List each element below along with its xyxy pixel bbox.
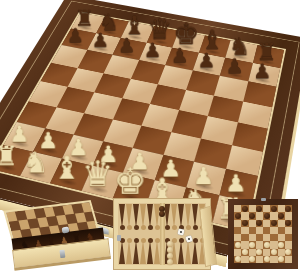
chess-piece-black-pawn: ♟ [67, 26, 84, 45]
chess-piece-white-rook: ♜ [0, 142, 18, 169]
checkers-square [270, 220, 277, 227]
board-square [77, 50, 112, 73]
checkers-square [256, 220, 263, 227]
checkers-square [249, 220, 256, 227]
checkers-square [256, 249, 263, 256]
thumbnail-checkers [226, 196, 300, 274]
checkers-piece-dark [285, 220, 291, 226]
checkers-board-clasp [261, 198, 266, 201]
backgammon-point-dark [178, 204, 184, 228]
checkers-square [278, 256, 285, 263]
checkers-square [270, 205, 277, 212]
backgammon-point-light [140, 204, 146, 228]
checkers-square [241, 256, 248, 263]
checkers-square [241, 205, 248, 212]
checkers-square [285, 256, 292, 263]
die-pip [180, 231, 182, 233]
checkers-square [263, 241, 270, 248]
checkers-piece-dark [271, 206, 277, 212]
checkers-square [241, 212, 248, 219]
backgammon-point-dark [147, 204, 153, 228]
backgammon-point-dark [192, 204, 198, 228]
checkers-square [241, 249, 248, 256]
backgammon-board [114, 199, 210, 269]
checkers-square [256, 212, 263, 219]
checkers-piece-dark [264, 213, 270, 219]
chess-piece-black-pawn: ♟ [225, 56, 243, 76]
checkers-square [234, 249, 241, 256]
checkers-square [285, 212, 292, 219]
checkers-piece-dark [242, 220, 248, 226]
checkers-square [278, 220, 285, 227]
backgammon-left-half [119, 203, 160, 265]
chess-piece-black-pawn: ♟ [171, 46, 189, 66]
checkers-square [270, 249, 277, 256]
checkers-square [234, 241, 241, 248]
checkers-piece-light [235, 242, 241, 248]
checkers-square [249, 256, 256, 263]
checkers-piece-dark [235, 213, 241, 219]
chess-piece-white-queen: ♛ [82, 157, 114, 192]
checkers-square [285, 249, 292, 256]
backgammon-point-row [119, 240, 160, 264]
product-photo-canvas: ♜♞♝♛♚♝♞♜♟♟♟♟♟♟♟♟♟♟♟♟♟♟♟♟♜♞♝♛♚♝♞♜ ♞♟♝♟♜♞ [0, 0, 300, 274]
box-hinge [62, 227, 70, 234]
checkers-square [234, 234, 241, 241]
board-square: ♟ [220, 57, 253, 81]
checkers-square [256, 241, 263, 248]
checkers-piece-dark [271, 220, 277, 226]
checkers-piece-light [264, 242, 270, 248]
chess-piece-black-pawn: ♟ [144, 41, 162, 61]
checkers-square [278, 205, 285, 212]
checkers-board [228, 199, 298, 269]
checkers-square [278, 212, 285, 219]
backgammon-point-dark [133, 204, 139, 228]
checkers-square [278, 234, 285, 241]
board-square [142, 104, 179, 132]
box-front-clasp [59, 250, 65, 259]
checkers-square [270, 212, 277, 219]
checkers-square [285, 220, 292, 227]
backgammon-point-light [126, 240, 132, 264]
checkers-square [278, 227, 285, 234]
checkers-square [278, 241, 285, 248]
chess-piece-black-pawn: ♟ [253, 62, 271, 82]
checkers-piece-light [278, 242, 284, 248]
backgammon-point-light [185, 204, 191, 228]
checkers-square [241, 220, 248, 227]
checkers-square [256, 256, 263, 263]
checkers-square [263, 227, 270, 234]
thumbnail-backgammon [112, 194, 216, 274]
backgammon-checker-light [167, 259, 173, 265]
board-square [158, 65, 192, 89]
checkers-square [263, 205, 270, 212]
board-square [237, 101, 272, 128]
checkers-piece-dark [256, 206, 262, 212]
checkers-square [263, 249, 270, 256]
checkers-square [241, 227, 248, 234]
board-square: ♟ [139, 43, 173, 66]
checkers-square [249, 205, 256, 212]
checkers-piece-dark [256, 220, 262, 226]
chess-piece-black-pawn: ♟ [198, 51, 216, 71]
backgammon-point-dark [119, 204, 125, 228]
chess-piece-white-knight: ♞ [23, 148, 49, 177]
checkers-square [278, 249, 285, 256]
chess-piece-black-pawn: ♟ [118, 36, 135, 55]
checkers-square [241, 241, 248, 248]
checkers-square [285, 241, 292, 248]
backgammon-checker-dark [159, 211, 165, 217]
checkers-square [249, 241, 256, 248]
board-square [186, 70, 220, 95]
checkers-piece-light [285, 249, 291, 255]
backgammon-point-light [140, 240, 146, 264]
checkers-square [256, 205, 263, 212]
checkers-piece-dark [278, 213, 284, 219]
checkers-square [270, 241, 277, 248]
backgammon-point-dark [133, 240, 139, 264]
checkers-square [270, 227, 277, 234]
backgammon-point-dark [178, 240, 184, 264]
checkers-piece-light [264, 256, 270, 262]
chess-piece-white-bishop: ♝ [53, 153, 81, 184]
checkers-piece-light [249, 242, 255, 248]
checkers-square [256, 227, 263, 234]
checkers-square [263, 220, 270, 227]
checkers-square [234, 205, 241, 212]
checkers-square [241, 234, 248, 241]
main-chess-photo: ♜♞♝♛♚♝♞♜♟♟♟♟♟♟♟♟♟♟♟♟♟♟♟♟♜♞♝♛♚♝♞♜ [0, 0, 300, 194]
checkers-square [234, 220, 241, 227]
checkers-square [285, 227, 292, 234]
checkers-piece-dark [249, 213, 255, 219]
die [177, 228, 184, 235]
checkers-piece-light [242, 249, 248, 255]
checkers-square [263, 256, 270, 263]
thumbnail-folded-box: ♞♟♝♟♜♞ [5, 196, 109, 274]
board-square [94, 73, 130, 98]
checkers-square [249, 234, 256, 241]
checkers-square [263, 212, 270, 219]
die-pip [188, 238, 191, 241]
checkers-piece-dark [242, 206, 248, 212]
board-square: ♟ [165, 47, 198, 70]
checkers-square [234, 227, 241, 234]
backgammon-point-dark [147, 240, 153, 264]
backgammon-point-row [119, 204, 160, 228]
backgammon-point-light [126, 204, 132, 228]
checkers-square [234, 256, 241, 263]
backgammon-point-light [171, 204, 177, 228]
checkers-square [249, 212, 256, 219]
backgammon-point-light [185, 240, 191, 264]
backgammon-side-clasp [117, 235, 121, 241]
backgammon-point-dark [192, 240, 198, 264]
checkers-square [234, 212, 241, 219]
board-square: ♟ [113, 38, 147, 60]
checkers-square [285, 234, 292, 241]
checkers-piece-light [278, 256, 284, 262]
checkers-square [270, 256, 277, 263]
board-square [104, 55, 139, 79]
checkers-piece-light [271, 249, 277, 255]
checkers-square [249, 227, 256, 234]
checkers-piece-light [235, 256, 241, 262]
checkers-piece-light [256, 249, 262, 255]
backgammon-point-dark [119, 240, 125, 264]
checkers-square [256, 234, 263, 241]
checkers-square [285, 205, 292, 212]
chess-piece-black-pawn: ♟ [92, 31, 109, 50]
checkers-square [263, 234, 270, 241]
board-square [201, 116, 237, 145]
checkers-piece-light [249, 256, 255, 262]
checkers-piece-dark [285, 206, 291, 212]
checkers-square [270, 234, 277, 241]
checkers-square [249, 249, 256, 256]
checkers-grid [234, 205, 292, 263]
